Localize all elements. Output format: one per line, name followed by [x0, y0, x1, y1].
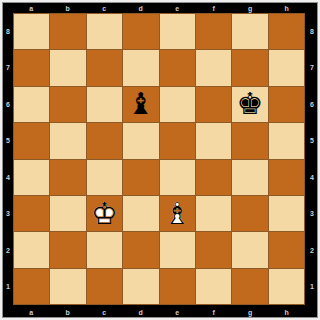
rank-label: 5 [3, 123, 13, 160]
chess-diagram: abcdefgh abcdefgh 87654321 87654321 ♝♚♚♔… [0, 0, 320, 320]
square-c4[interactable] [87, 160, 122, 195]
rank-label: 6 [307, 86, 317, 123]
square-c6[interactable] [87, 87, 122, 122]
square-h4[interactable] [269, 160, 304, 195]
rank-labels-left: 87654321 [3, 13, 13, 305]
square-d5[interactable] [123, 123, 158, 158]
square-e2[interactable] [160, 232, 195, 267]
file-label: f [196, 3, 233, 13]
square-c7[interactable] [87, 50, 122, 85]
square-b8[interactable] [50, 14, 85, 49]
white-bishop[interactable]: ♝♗ [164, 199, 191, 229]
rank-label: 3 [3, 196, 13, 233]
square-g8[interactable] [232, 14, 267, 49]
square-f6[interactable] [196, 87, 231, 122]
square-b2[interactable] [50, 232, 85, 267]
rank-labels-right: 87654321 [307, 13, 317, 305]
board-frame: abcdefgh abcdefgh 87654321 87654321 ♝♚♚♔… [2, 2, 318, 318]
square-a5[interactable] [14, 123, 49, 158]
square-e6[interactable] [160, 87, 195, 122]
square-b7[interactable] [50, 50, 85, 85]
square-b4[interactable] [50, 160, 85, 195]
chess-board: ♝♚♚♔♝♗ [13, 13, 305, 305]
file-label: e [159, 307, 196, 317]
square-d3[interactable] [123, 196, 158, 231]
square-d8[interactable] [123, 14, 158, 49]
rank-label: 5 [307, 123, 317, 160]
square-c8[interactable] [87, 14, 122, 49]
black-king[interactable]: ♚ [236, 89, 263, 119]
square-a2[interactable] [14, 232, 49, 267]
square-e1[interactable] [160, 269, 195, 304]
rank-label: 6 [3, 86, 13, 123]
square-g3[interactable] [232, 196, 267, 231]
square-h2[interactable] [269, 232, 304, 267]
square-f5[interactable] [196, 123, 231, 158]
square-h1[interactable] [269, 269, 304, 304]
square-h3[interactable] [269, 196, 304, 231]
square-f4[interactable] [196, 160, 231, 195]
file-label: a [13, 307, 50, 317]
square-c5[interactable] [87, 123, 122, 158]
square-b5[interactable] [50, 123, 85, 158]
square-h5[interactable] [269, 123, 304, 158]
square-d1[interactable] [123, 269, 158, 304]
rank-label: 4 [307, 159, 317, 196]
file-label: f [196, 307, 233, 317]
white-bishop-outline: ♗ [164, 196, 191, 231]
square-g5[interactable] [232, 123, 267, 158]
square-a7[interactable] [14, 50, 49, 85]
file-label: b [50, 307, 87, 317]
rank-label: 1 [307, 269, 317, 306]
square-f7[interactable] [196, 50, 231, 85]
file-label: g [232, 307, 269, 317]
square-c3[interactable]: ♚♔ [87, 196, 122, 231]
square-e8[interactable] [160, 14, 195, 49]
square-a8[interactable] [14, 14, 49, 49]
file-label: d [123, 307, 160, 317]
file-label: d [123, 3, 160, 13]
square-b3[interactable] [50, 196, 85, 231]
square-f3[interactable] [196, 196, 231, 231]
rank-label: 7 [307, 50, 317, 87]
square-b1[interactable] [50, 269, 85, 304]
square-e7[interactable] [160, 50, 195, 85]
square-a3[interactable] [14, 196, 49, 231]
square-b6[interactable] [50, 87, 85, 122]
square-e4[interactable] [160, 160, 195, 195]
square-a4[interactable] [14, 160, 49, 195]
square-d7[interactable] [123, 50, 158, 85]
square-g6[interactable]: ♚ [232, 87, 267, 122]
file-label: g [232, 3, 269, 13]
square-d2[interactable] [123, 232, 158, 267]
file-labels-top: abcdefgh [13, 3, 305, 13]
square-g7[interactable] [232, 50, 267, 85]
rank-label: 3 [307, 196, 317, 233]
rank-label: 2 [307, 232, 317, 269]
square-h7[interactable] [269, 50, 304, 85]
square-e3[interactable]: ♝♗ [160, 196, 195, 231]
square-a1[interactable] [14, 269, 49, 304]
file-label: h [269, 307, 306, 317]
square-g2[interactable] [232, 232, 267, 267]
square-e5[interactable] [160, 123, 195, 158]
square-a6[interactable] [14, 87, 49, 122]
square-h6[interactable] [269, 87, 304, 122]
file-label: c [86, 307, 123, 317]
square-g4[interactable] [232, 160, 267, 195]
rank-label: 7 [3, 50, 13, 87]
file-label: h [269, 3, 306, 13]
rank-label: 2 [3, 232, 13, 269]
rank-label: 8 [3, 13, 13, 50]
file-label: c [86, 3, 123, 13]
file-label: e [159, 3, 196, 13]
square-c1[interactable] [87, 269, 122, 304]
square-f2[interactable] [196, 232, 231, 267]
square-g1[interactable] [232, 269, 267, 304]
white-king-outline: ♔ [91, 196, 118, 231]
square-c2[interactable] [87, 232, 122, 267]
rank-label: 4 [3, 159, 13, 196]
file-label: b [50, 3, 87, 13]
square-d6[interactable]: ♝ [123, 87, 158, 122]
rank-label: 8 [307, 13, 317, 50]
square-h8[interactable] [269, 14, 304, 49]
file-label: a [13, 3, 50, 13]
file-labels-bottom: abcdefgh [13, 307, 305, 317]
square-f1[interactable] [196, 269, 231, 304]
white-king[interactable]: ♚♔ [91, 199, 118, 229]
black-bishop[interactable]: ♝ [127, 89, 154, 119]
square-f8[interactable] [196, 14, 231, 49]
rank-label: 1 [3, 269, 13, 306]
square-d4[interactable] [123, 160, 158, 195]
